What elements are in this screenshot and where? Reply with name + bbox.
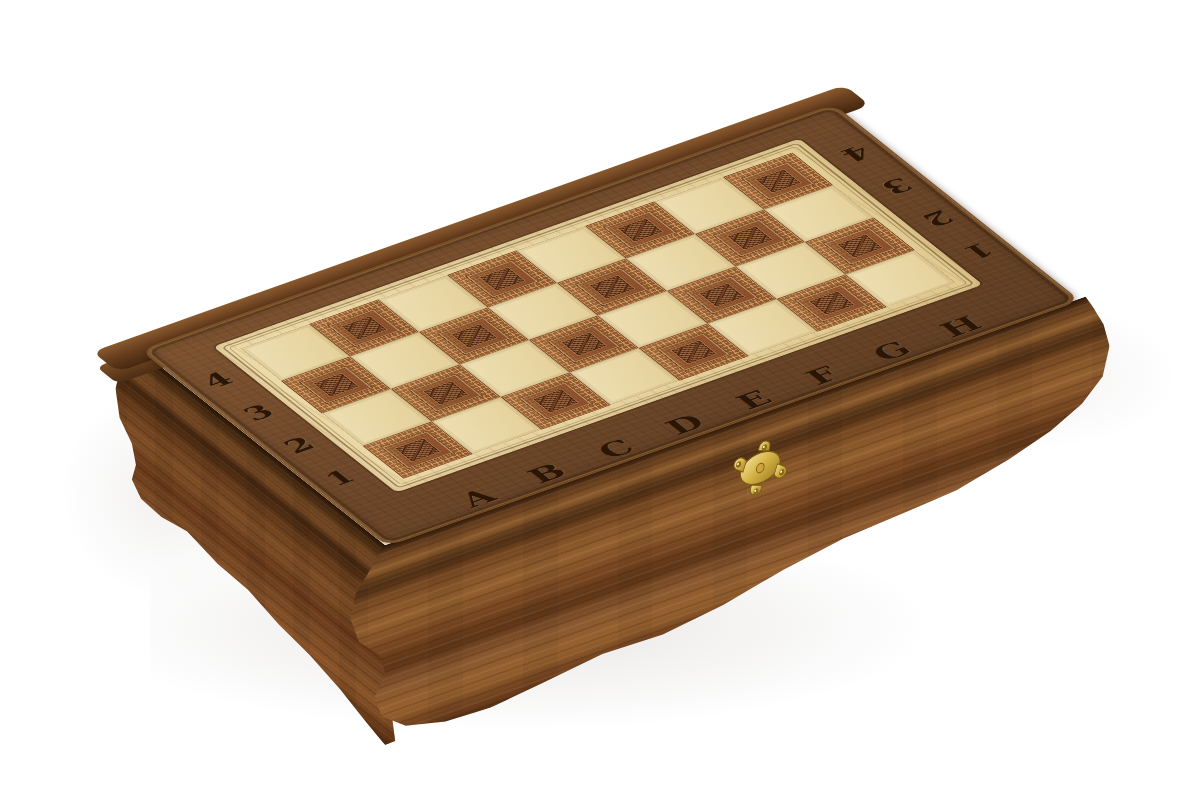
brass-latch-icon <box>726 430 795 510</box>
photo-scene: ABCDEFGH 4321 4321 <box>0 0 1200 800</box>
